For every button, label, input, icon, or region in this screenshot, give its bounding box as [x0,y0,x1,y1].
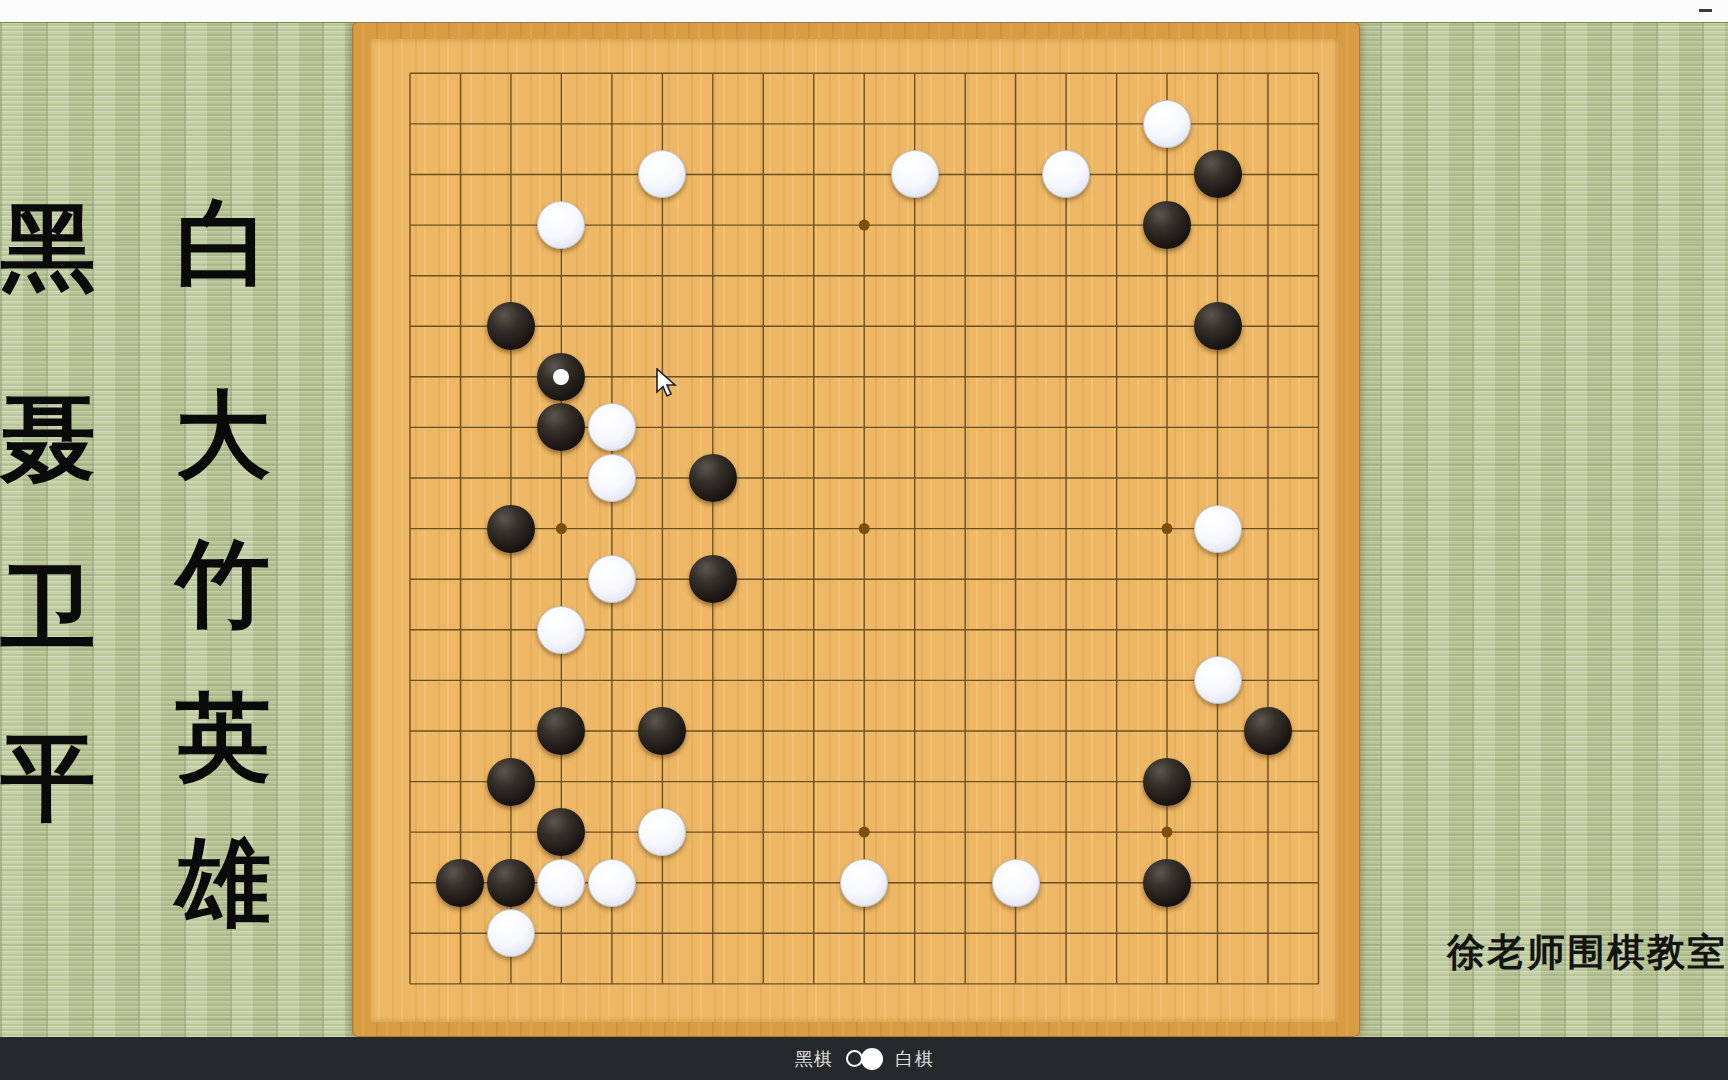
stone-black[interactable] [487,859,535,907]
black-stones-label: 黑棋 [795,1050,833,1068]
white-stones-label: 白棋 [896,1050,934,1068]
stone-black-last-move[interactable] [537,353,585,401]
toggle-ring-icon [846,1050,863,1067]
stone-black[interactable] [1143,758,1191,806]
white-name-char-3: 英 [173,690,273,785]
bottom-bar: 黑棋 白棋 [0,1037,1728,1080]
stone-black[interactable] [436,859,484,907]
app-window: { "game": "go", "board_size": 19, "posit… [0,0,1728,1080]
stone-white[interactable] [1143,100,1191,148]
stone-color-toggle-group: 黑棋 白棋 [795,1048,934,1070]
stone-white[interactable] [588,555,636,603]
black-name-char-0: 黑 [0,200,98,295]
go-board [352,22,1360,1037]
stone-black[interactable] [689,454,737,502]
minimize-icon[interactable] [1699,9,1712,12]
watermark-text: 徐老师围棋教室 [1447,932,1727,972]
black-name-char-3: 平 [0,730,98,825]
last-move-marker [553,369,569,385]
stone-black[interactable] [1194,302,1242,350]
white-name-char-2: 竹 [173,537,273,632]
stone-white[interactable] [537,859,585,907]
stone-white[interactable] [1194,656,1242,704]
stone-black[interactable] [1244,707,1292,755]
stone-black[interactable] [487,302,535,350]
stone-black[interactable] [1143,859,1191,907]
white-name-char-1: 大 [173,388,273,483]
stone-white[interactable] [588,859,636,907]
stone-black[interactable] [638,707,686,755]
stone-white[interactable] [992,859,1040,907]
stone-white[interactable] [840,859,888,907]
toggle-knob-icon [861,1048,883,1070]
stone-black[interactable] [689,555,737,603]
stone-white[interactable] [891,150,939,198]
stone-black[interactable] [487,758,535,806]
title-strip [0,0,1728,23]
stone-white[interactable] [588,454,636,502]
stone-white[interactable] [588,403,636,451]
stone-black[interactable] [1143,201,1191,249]
white-name-char-0: 白 [173,196,273,291]
color-toggle-switch[interactable] [846,1048,883,1070]
stone-white[interactable] [537,606,585,654]
board-surface[interactable] [369,39,1338,1022]
black-name-char-1: 聂 [0,392,98,487]
stone-black[interactable] [1194,150,1242,198]
stone-white[interactable] [1194,505,1242,553]
stone-white[interactable] [487,909,535,957]
black-name-char-2: 卫 [0,560,98,655]
mouse-cursor-icon [656,368,678,404]
stone-black[interactable] [487,505,535,553]
white-name-char-4: 雄 [173,835,273,930]
